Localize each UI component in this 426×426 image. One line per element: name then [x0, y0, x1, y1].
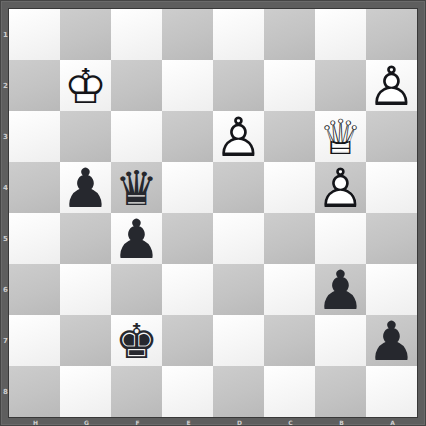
square-g4[interactable]: ♟	[60, 162, 111, 213]
file-label-h: H	[10, 418, 61, 426]
square-b6[interactable]: ♟	[315, 264, 366, 315]
square-d2[interactable]	[213, 60, 264, 111]
square-d1[interactable]	[213, 9, 264, 60]
black-pawn-glyph: ♟	[366, 315, 417, 366]
square-e4[interactable]	[162, 162, 213, 213]
square-b4[interactable]: ♟♙	[315, 162, 366, 213]
white-pawn[interactable]: ♟♙	[315, 162, 366, 213]
square-d4[interactable]	[213, 162, 264, 213]
square-g2[interactable]: ♚♔	[60, 60, 111, 111]
square-d6[interactable]	[213, 264, 264, 315]
white-pawn-glyph: ♙	[366, 60, 417, 111]
square-f7[interactable]: ♚	[111, 315, 162, 366]
square-g6[interactable]	[60, 264, 111, 315]
square-g3[interactable]	[60, 111, 111, 162]
square-d3[interactable]: ♟♙	[213, 111, 264, 162]
file-label-a: A	[367, 418, 418, 426]
square-c6[interactable]	[264, 264, 315, 315]
square-e5[interactable]	[162, 213, 213, 264]
black-queen[interactable]: ♛	[111, 162, 162, 213]
square-f3[interactable]	[111, 111, 162, 162]
square-b7[interactable]	[315, 315, 366, 366]
black-pawn[interactable]: ♟	[366, 315, 417, 366]
square-e1[interactable]	[162, 9, 213, 60]
square-c1[interactable]	[264, 9, 315, 60]
square-f1[interactable]	[111, 9, 162, 60]
file-label-d: D	[214, 418, 265, 426]
square-d5[interactable]	[213, 213, 264, 264]
square-c2[interactable]	[264, 60, 315, 111]
square-b5[interactable]	[315, 213, 366, 264]
file-label-g: G	[61, 418, 112, 426]
square-f4[interactable]: ♛	[111, 162, 162, 213]
square-c3[interactable]	[264, 111, 315, 162]
file-label-e: E	[163, 418, 214, 426]
square-c7[interactable]	[264, 315, 315, 366]
square-a3[interactable]	[366, 111, 417, 162]
square-a7[interactable]: ♟	[366, 315, 417, 366]
chess-app: 12345678HGFEDCBA ♚♔♟♙♟♙♛♕♟♛♟♙♟♟♚♟	[0, 0, 426, 426]
square-c4[interactable]	[264, 162, 315, 213]
square-a6[interactable]	[366, 264, 417, 315]
white-king-glyph: ♔	[60, 60, 111, 111]
square-f5[interactable]: ♟	[111, 213, 162, 264]
square-b3[interactable]: ♛♕	[315, 111, 366, 162]
white-king[interactable]: ♚♔	[60, 60, 111, 111]
black-pawn-glyph: ♟	[315, 264, 366, 315]
black-pawn[interactable]: ♟	[111, 213, 162, 264]
file-label-b: B	[316, 418, 367, 426]
square-a8[interactable]	[366, 366, 417, 417]
square-c8[interactable]	[264, 366, 315, 417]
square-g7[interactable]	[60, 315, 111, 366]
square-g5[interactable]	[60, 213, 111, 264]
square-h6[interactable]	[9, 264, 60, 315]
square-h2[interactable]	[9, 60, 60, 111]
square-b1[interactable]	[315, 9, 366, 60]
square-h1[interactable]	[9, 9, 60, 60]
black-pawn-glyph: ♟	[60, 162, 111, 213]
square-g1[interactable]	[60, 9, 111, 60]
white-pawn[interactable]: ♟♙	[366, 60, 417, 111]
square-e2[interactable]	[162, 60, 213, 111]
square-f2[interactable]	[111, 60, 162, 111]
square-e6[interactable]	[162, 264, 213, 315]
square-b8[interactable]	[315, 366, 366, 417]
square-d7[interactable]	[213, 315, 264, 366]
chess-board: ♚♔♟♙♟♙♛♕♟♛♟♙♟♟♚♟	[9, 9, 417, 417]
square-h8[interactable]	[9, 366, 60, 417]
file-label-c: C	[265, 418, 316, 426]
white-queen-glyph: ♕	[315, 111, 366, 162]
square-a4[interactable]	[366, 162, 417, 213]
square-c5[interactable]	[264, 213, 315, 264]
square-f6[interactable]	[111, 264, 162, 315]
square-h3[interactable]	[9, 111, 60, 162]
black-pawn-glyph: ♟	[111, 213, 162, 264]
square-h7[interactable]	[9, 315, 60, 366]
white-queen[interactable]: ♛♕	[315, 111, 366, 162]
square-e8[interactable]	[162, 366, 213, 417]
white-pawn[interactable]: ♟♙	[213, 111, 264, 162]
black-pawn[interactable]: ♟	[315, 264, 366, 315]
square-d8[interactable]	[213, 366, 264, 417]
file-label-f: F	[112, 418, 163, 426]
black-queen-glyph: ♛	[111, 162, 162, 213]
white-pawn-glyph: ♙	[315, 162, 366, 213]
black-pawn[interactable]: ♟	[60, 162, 111, 213]
square-a2[interactable]: ♟♙	[366, 60, 417, 111]
square-a1[interactable]	[366, 9, 417, 60]
square-f8[interactable]	[111, 366, 162, 417]
black-king-glyph: ♚	[111, 315, 162, 366]
square-b2[interactable]	[315, 60, 366, 111]
square-a5[interactable]	[366, 213, 417, 264]
white-pawn-glyph: ♙	[213, 111, 264, 162]
square-e3[interactable]	[162, 111, 213, 162]
square-h5[interactable]	[9, 213, 60, 264]
square-g8[interactable]	[60, 366, 111, 417]
square-e7[interactable]	[162, 315, 213, 366]
square-h4[interactable]	[9, 162, 60, 213]
black-king[interactable]: ♚	[111, 315, 162, 366]
